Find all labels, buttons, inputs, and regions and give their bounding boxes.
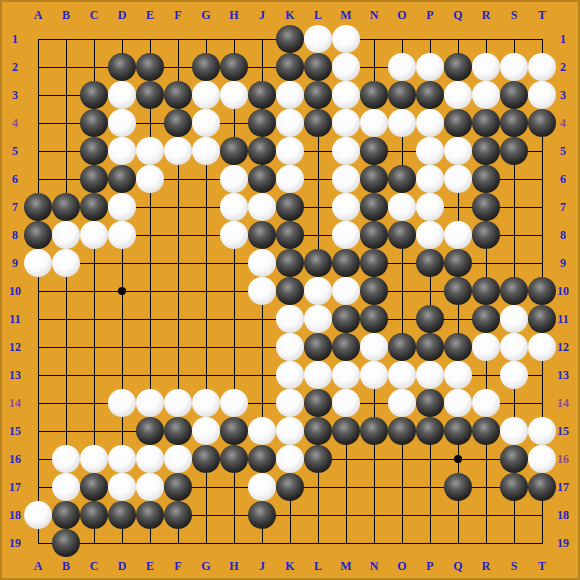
stone-black[interactable] bbox=[416, 333, 444, 361]
stone-black[interactable] bbox=[444, 249, 472, 277]
row-label: 13 bbox=[9, 369, 21, 381]
column-label: K bbox=[285, 9, 294, 21]
stone-black[interactable] bbox=[500, 473, 528, 501]
stone-black[interactable] bbox=[500, 81, 528, 109]
stone-white[interactable] bbox=[332, 221, 360, 249]
stone-white[interactable] bbox=[276, 389, 304, 417]
stone-black[interactable] bbox=[388, 417, 416, 445]
column-label: Q bbox=[453, 9, 462, 21]
stone-white[interactable] bbox=[108, 81, 136, 109]
stone-white[interactable] bbox=[500, 417, 528, 445]
column-label: E bbox=[146, 9, 154, 21]
stone-black[interactable] bbox=[332, 417, 360, 445]
stone-black[interactable] bbox=[500, 109, 528, 137]
stone-white[interactable] bbox=[276, 109, 304, 137]
row-label: 1 bbox=[560, 33, 566, 45]
stone-black[interactable] bbox=[248, 165, 276, 193]
column-label: P bbox=[426, 560, 433, 572]
stone-black[interactable] bbox=[332, 249, 360, 277]
stone-white[interactable] bbox=[220, 193, 248, 221]
go-board[interactable]: ABCDEFGHJKLMNOPQRST ABCDEFGHJKLMNOPQRST … bbox=[0, 0, 580, 580]
row-label: 7 bbox=[560, 201, 566, 213]
column-label: J bbox=[259, 9, 265, 21]
column-label: N bbox=[370, 9, 379, 21]
stone-black[interactable] bbox=[500, 137, 528, 165]
column-label: R bbox=[482, 9, 491, 21]
column-label: D bbox=[118, 9, 127, 21]
row-label: 15 bbox=[9, 425, 21, 437]
column-label: S bbox=[511, 9, 518, 21]
stone-white[interactable] bbox=[192, 109, 220, 137]
stone-white[interactable] bbox=[472, 81, 500, 109]
stone-white[interactable] bbox=[416, 221, 444, 249]
stone-white[interactable] bbox=[360, 361, 388, 389]
column-label: F bbox=[174, 9, 181, 21]
stone-white[interactable] bbox=[276, 333, 304, 361]
row-label: 5 bbox=[560, 145, 566, 157]
stone-white[interactable] bbox=[52, 249, 80, 277]
stone-white[interactable] bbox=[500, 53, 528, 81]
row-label: 19 bbox=[557, 537, 569, 549]
stone-white[interactable] bbox=[276, 445, 304, 473]
stone-white[interactable] bbox=[52, 473, 80, 501]
stone-black[interactable] bbox=[304, 109, 332, 137]
stone-white[interactable] bbox=[444, 165, 472, 193]
stone-white[interactable] bbox=[388, 193, 416, 221]
stone-white[interactable] bbox=[444, 81, 472, 109]
stone-white[interactable] bbox=[332, 109, 360, 137]
column-label: L bbox=[314, 560, 322, 572]
stone-black[interactable] bbox=[164, 81, 192, 109]
column-label: A bbox=[34, 560, 43, 572]
stone-black[interactable] bbox=[416, 249, 444, 277]
row-label: 16 bbox=[557, 453, 569, 465]
stone-white[interactable] bbox=[220, 389, 248, 417]
row-label: 11 bbox=[557, 313, 568, 325]
stone-black[interactable] bbox=[164, 417, 192, 445]
stone-black[interactable] bbox=[220, 137, 248, 165]
row-label: 3 bbox=[560, 89, 566, 101]
stone-black[interactable] bbox=[444, 473, 472, 501]
row-label: 2 bbox=[560, 61, 566, 73]
row-label: 18 bbox=[9, 509, 21, 521]
stone-white[interactable] bbox=[192, 137, 220, 165]
stone-white[interactable] bbox=[304, 277, 332, 305]
column-label: T bbox=[538, 560, 546, 572]
stone-white[interactable] bbox=[500, 333, 528, 361]
stone-white[interactable] bbox=[388, 109, 416, 137]
stone-black[interactable] bbox=[192, 445, 220, 473]
stone-black[interactable] bbox=[416, 81, 444, 109]
stone-white[interactable] bbox=[332, 81, 360, 109]
stone-black[interactable] bbox=[528, 473, 556, 501]
stone-black[interactable] bbox=[388, 165, 416, 193]
stone-white[interactable] bbox=[220, 221, 248, 249]
stone-black[interactable] bbox=[304, 389, 332, 417]
stone-black[interactable] bbox=[164, 501, 192, 529]
column-label: A bbox=[34, 9, 43, 21]
stone-black[interactable] bbox=[444, 277, 472, 305]
stone-white[interactable] bbox=[108, 221, 136, 249]
row-label: 5 bbox=[12, 145, 18, 157]
stone-white[interactable] bbox=[332, 53, 360, 81]
stone-white[interactable] bbox=[332, 193, 360, 221]
column-label: M bbox=[340, 560, 351, 572]
row-label: 10 bbox=[9, 285, 21, 297]
stone-black[interactable] bbox=[248, 81, 276, 109]
stone-black[interactable] bbox=[360, 305, 388, 333]
stone-black[interactable] bbox=[220, 53, 248, 81]
stone-white[interactable] bbox=[360, 333, 388, 361]
row-label: 13 bbox=[557, 369, 569, 381]
stone-white[interactable] bbox=[528, 333, 556, 361]
column-label: M bbox=[340, 9, 351, 21]
column-label: J bbox=[259, 560, 265, 572]
stone-black[interactable] bbox=[388, 333, 416, 361]
stone-white[interactable] bbox=[472, 53, 500, 81]
stone-black[interactable] bbox=[80, 109, 108, 137]
stone-black[interactable] bbox=[108, 165, 136, 193]
stone-black[interactable] bbox=[360, 193, 388, 221]
stone-black[interactable] bbox=[360, 249, 388, 277]
row-label: 14 bbox=[9, 397, 21, 409]
stone-black[interactable] bbox=[164, 473, 192, 501]
stone-white[interactable] bbox=[276, 361, 304, 389]
stone-black[interactable] bbox=[528, 277, 556, 305]
stone-black[interactable] bbox=[528, 305, 556, 333]
column-label: R bbox=[482, 560, 491, 572]
row-label: 4 bbox=[12, 117, 18, 129]
stone-black[interactable] bbox=[444, 333, 472, 361]
stone-white[interactable] bbox=[276, 81, 304, 109]
stone-white[interactable] bbox=[304, 361, 332, 389]
stone-white[interactable] bbox=[332, 165, 360, 193]
stone-white[interactable] bbox=[444, 221, 472, 249]
stone-black[interactable] bbox=[220, 417, 248, 445]
column-label: O bbox=[397, 560, 406, 572]
row-label: 9 bbox=[12, 257, 18, 269]
stone-black[interactable] bbox=[136, 53, 164, 81]
stone-white[interactable] bbox=[108, 109, 136, 137]
stone-white[interactable] bbox=[416, 109, 444, 137]
row-label: 12 bbox=[9, 341, 21, 353]
column-label: Q bbox=[453, 560, 462, 572]
stone-white[interactable] bbox=[192, 417, 220, 445]
column-label: L bbox=[314, 9, 322, 21]
star-point bbox=[118, 287, 126, 295]
column-label: N bbox=[370, 560, 379, 572]
stone-white[interactable] bbox=[444, 361, 472, 389]
stone-black[interactable] bbox=[276, 221, 304, 249]
stone-black[interactable] bbox=[332, 333, 360, 361]
stone-white[interactable] bbox=[108, 389, 136, 417]
stone-white[interactable] bbox=[444, 389, 472, 417]
column-label: K bbox=[285, 560, 294, 572]
stone-black[interactable] bbox=[80, 137, 108, 165]
stone-black[interactable] bbox=[500, 277, 528, 305]
stone-white[interactable] bbox=[416, 165, 444, 193]
stone-white[interactable] bbox=[248, 249, 276, 277]
stone-white[interactable] bbox=[108, 193, 136, 221]
stone-black[interactable] bbox=[304, 445, 332, 473]
stone-white[interactable] bbox=[276, 165, 304, 193]
stone-white[interactable] bbox=[24, 249, 52, 277]
stone-white[interactable] bbox=[416, 137, 444, 165]
stone-black[interactable] bbox=[108, 53, 136, 81]
stone-white[interactable] bbox=[192, 389, 220, 417]
stone-black[interactable] bbox=[472, 165, 500, 193]
stone-black[interactable] bbox=[444, 53, 472, 81]
stone-white[interactable] bbox=[500, 361, 528, 389]
row-label: 6 bbox=[560, 173, 566, 185]
row-label: 9 bbox=[560, 257, 566, 269]
stone-black[interactable] bbox=[304, 53, 332, 81]
column-label: G bbox=[201, 9, 210, 21]
stone-black[interactable] bbox=[248, 221, 276, 249]
stone-black[interactable] bbox=[500, 445, 528, 473]
stone-white[interactable] bbox=[500, 305, 528, 333]
row-label: 19 bbox=[9, 537, 21, 549]
stone-white[interactable] bbox=[304, 25, 332, 53]
stone-white[interactable] bbox=[528, 417, 556, 445]
row-label: 10 bbox=[557, 285, 569, 297]
stone-white[interactable] bbox=[80, 221, 108, 249]
stone-white[interactable] bbox=[220, 81, 248, 109]
stone-black[interactable] bbox=[388, 81, 416, 109]
column-label: E bbox=[146, 560, 154, 572]
stone-white[interactable] bbox=[136, 389, 164, 417]
stone-black[interactable] bbox=[248, 445, 276, 473]
stone-white[interactable] bbox=[136, 473, 164, 501]
stone-black[interactable] bbox=[472, 305, 500, 333]
stone-black[interactable] bbox=[220, 445, 248, 473]
stone-white[interactable] bbox=[332, 277, 360, 305]
stone-black[interactable] bbox=[52, 501, 80, 529]
stone-white[interactable] bbox=[192, 81, 220, 109]
stone-black[interactable] bbox=[360, 221, 388, 249]
stone-white[interactable] bbox=[248, 277, 276, 305]
stone-white[interactable] bbox=[108, 445, 136, 473]
stone-white[interactable] bbox=[388, 53, 416, 81]
column-label: F bbox=[174, 560, 181, 572]
stone-black[interactable] bbox=[444, 109, 472, 137]
stone-white[interactable] bbox=[164, 137, 192, 165]
stone-white[interactable] bbox=[248, 193, 276, 221]
stone-white[interactable] bbox=[136, 445, 164, 473]
stone-black[interactable] bbox=[192, 53, 220, 81]
stone-black[interactable] bbox=[360, 81, 388, 109]
stone-black[interactable] bbox=[472, 137, 500, 165]
column-label: C bbox=[90, 9, 99, 21]
stone-white[interactable] bbox=[220, 165, 248, 193]
column-label: B bbox=[62, 9, 70, 21]
stone-black[interactable] bbox=[304, 417, 332, 445]
stone-white[interactable] bbox=[136, 137, 164, 165]
stone-white[interactable] bbox=[248, 417, 276, 445]
stone-white[interactable] bbox=[332, 389, 360, 417]
row-label: 11 bbox=[9, 313, 20, 325]
row-label: 4 bbox=[560, 117, 566, 129]
stone-black[interactable] bbox=[360, 137, 388, 165]
stone-black[interactable] bbox=[52, 193, 80, 221]
stone-white[interactable] bbox=[52, 445, 80, 473]
stone-white[interactable] bbox=[52, 221, 80, 249]
stone-black[interactable] bbox=[248, 501, 276, 529]
stone-black[interactable] bbox=[304, 81, 332, 109]
stone-black[interactable] bbox=[304, 249, 332, 277]
stone-black[interactable] bbox=[136, 501, 164, 529]
stone-black[interactable] bbox=[444, 417, 472, 445]
row-label: 2 bbox=[12, 61, 18, 73]
column-label: P bbox=[426, 9, 433, 21]
stone-black[interactable] bbox=[388, 221, 416, 249]
stone-black[interactable] bbox=[136, 81, 164, 109]
stone-white[interactable] bbox=[444, 137, 472, 165]
column-label: G bbox=[201, 560, 210, 572]
stone-white[interactable] bbox=[416, 53, 444, 81]
stone-white[interactable] bbox=[136, 165, 164, 193]
stone-black[interactable] bbox=[276, 193, 304, 221]
stone-white[interactable] bbox=[108, 473, 136, 501]
row-label: 15 bbox=[557, 425, 569, 437]
column-label: B bbox=[62, 560, 70, 572]
stone-white[interactable] bbox=[388, 389, 416, 417]
stone-black[interactable] bbox=[276, 473, 304, 501]
stone-white[interactable] bbox=[388, 361, 416, 389]
stone-black[interactable] bbox=[472, 417, 500, 445]
column-label: C bbox=[90, 560, 99, 572]
stone-white[interactable] bbox=[248, 473, 276, 501]
row-label: 18 bbox=[557, 509, 569, 521]
row-label: 12 bbox=[557, 341, 569, 353]
stone-white[interactable] bbox=[304, 305, 332, 333]
stone-black[interactable] bbox=[472, 277, 500, 305]
stone-white[interactable] bbox=[528, 81, 556, 109]
stone-white[interactable] bbox=[416, 361, 444, 389]
stone-black[interactable] bbox=[80, 473, 108, 501]
stone-black[interactable] bbox=[360, 165, 388, 193]
stone-white[interactable] bbox=[416, 193, 444, 221]
stone-black[interactable] bbox=[248, 109, 276, 137]
stone-black[interactable] bbox=[472, 193, 500, 221]
row-label: 17 bbox=[557, 481, 569, 493]
stone-black[interactable] bbox=[80, 193, 108, 221]
stone-white[interactable] bbox=[472, 389, 500, 417]
stone-black[interactable] bbox=[472, 109, 500, 137]
stone-black[interactable] bbox=[108, 501, 136, 529]
stone-white[interactable] bbox=[528, 53, 556, 81]
row-label: 17 bbox=[9, 481, 21, 493]
column-label: O bbox=[397, 9, 406, 21]
stone-black[interactable] bbox=[416, 389, 444, 417]
stone-white[interactable] bbox=[472, 333, 500, 361]
row-label: 8 bbox=[560, 229, 566, 241]
row-label: 14 bbox=[557, 397, 569, 409]
stone-white[interactable] bbox=[332, 137, 360, 165]
stone-black[interactable] bbox=[52, 529, 80, 557]
stone-white[interactable] bbox=[164, 389, 192, 417]
stone-black[interactable] bbox=[472, 221, 500, 249]
row-label: 16 bbox=[9, 453, 21, 465]
stone-white[interactable] bbox=[276, 305, 304, 333]
stone-black[interactable] bbox=[276, 249, 304, 277]
row-label: 8 bbox=[12, 229, 18, 241]
stone-black[interactable] bbox=[276, 277, 304, 305]
stone-white[interactable] bbox=[332, 361, 360, 389]
column-label: D bbox=[118, 560, 127, 572]
stone-white[interactable] bbox=[360, 109, 388, 137]
row-label: 3 bbox=[12, 89, 18, 101]
stone-black[interactable] bbox=[276, 53, 304, 81]
stone-black[interactable] bbox=[360, 277, 388, 305]
stone-white[interactable] bbox=[164, 445, 192, 473]
column-label: H bbox=[229, 9, 238, 21]
stone-white[interactable] bbox=[332, 25, 360, 53]
stone-black[interactable] bbox=[528, 109, 556, 137]
stone-black[interactable] bbox=[80, 81, 108, 109]
stone-black[interactable] bbox=[276, 25, 304, 53]
stone-white[interactable] bbox=[80, 445, 108, 473]
stone-black[interactable] bbox=[164, 109, 192, 137]
stone-black[interactable] bbox=[24, 193, 52, 221]
stone-black[interactable] bbox=[80, 501, 108, 529]
stone-black[interactable] bbox=[136, 417, 164, 445]
stone-white[interactable] bbox=[24, 501, 52, 529]
stone-white[interactable] bbox=[108, 137, 136, 165]
row-label: 7 bbox=[12, 201, 18, 213]
grid-hline bbox=[38, 543, 543, 544]
stone-black[interactable] bbox=[332, 305, 360, 333]
stone-black[interactable] bbox=[360, 417, 388, 445]
stone-black[interactable] bbox=[416, 417, 444, 445]
column-label: S bbox=[511, 560, 518, 572]
star-point bbox=[454, 455, 462, 463]
stone-black[interactable] bbox=[24, 221, 52, 249]
column-label: T bbox=[538, 9, 546, 21]
row-label: 1 bbox=[12, 33, 18, 45]
stone-white[interactable] bbox=[276, 137, 304, 165]
stone-black[interactable] bbox=[80, 165, 108, 193]
stone-black[interactable] bbox=[416, 305, 444, 333]
stone-white[interactable] bbox=[276, 417, 304, 445]
stone-black[interactable] bbox=[304, 333, 332, 361]
column-label: H bbox=[229, 560, 238, 572]
stone-white[interactable] bbox=[528, 445, 556, 473]
row-label: 6 bbox=[12, 173, 18, 185]
stone-black[interactable] bbox=[248, 137, 276, 165]
